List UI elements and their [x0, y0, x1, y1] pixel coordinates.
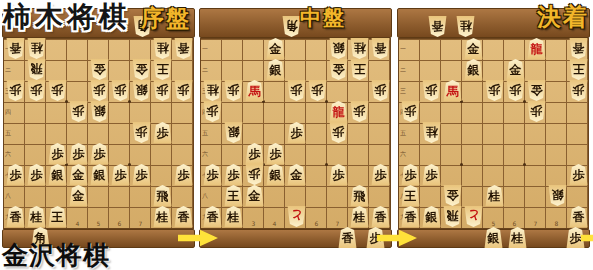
piece-black-龍[interactable]: 龍 — [527, 38, 546, 59]
piece-white-金[interactable]: 金 — [527, 80, 546, 101]
piece-black-香[interactable]: 香 — [371, 206, 390, 227]
piece-white-歩[interactable]: 歩 — [153, 80, 172, 101]
star-point — [325, 100, 328, 103]
rank-label: 六 — [5, 151, 11, 157]
piece-black-金[interactable]: 金 — [245, 185, 264, 206]
piece-black-銀[interactable]: 銀 — [464, 59, 483, 80]
piece-black-歩[interactable]: 歩 — [174, 164, 193, 185]
piece-white-歩[interactable]: 歩 — [69, 101, 88, 122]
piece-black-歩[interactable]: 歩 — [27, 164, 46, 185]
piece-black-銀[interactable]: 銀 — [422, 206, 441, 227]
piece-white-桂[interactable]: 桂 — [27, 38, 46, 59]
piece-black-香[interactable]: 香 — [401, 206, 420, 227]
hand-piece-count: 5 — [586, 241, 592, 250]
piece-white-歩[interactable]: 歩 — [506, 80, 525, 101]
piece-black-銀[interactable]: 銀 — [266, 59, 285, 80]
file-label: 7 — [525, 221, 546, 227]
piece-black-飛[interactable]: 飛 — [153, 185, 172, 206]
piece-white-桂[interactable]: 桂 — [422, 122, 441, 143]
piece-black-銀[interactable]: 銀 — [266, 164, 285, 185]
rank-label: 二 — [400, 67, 406, 73]
rank-label: 八 — [5, 193, 11, 199]
piece-white-金[interactable]: 金 — [132, 59, 151, 80]
piece-white-王[interactable]: 王 — [350, 59, 369, 80]
piece-black-桂[interactable]: 桂 — [224, 206, 243, 227]
star-point — [65, 100, 68, 103]
piece-white-香[interactable]: 香 — [569, 38, 588, 59]
piece-black-歩[interactable]: 歩 — [371, 164, 390, 185]
stage-label-chuuban: 中盤 — [300, 4, 346, 32]
hand-piece-black-香[interactable]: 香 — [338, 227, 357, 248]
piece-black-桂[interactable]: 桂 — [153, 206, 172, 227]
rank-label: 六 — [202, 151, 208, 157]
piece-black-金[interactable]: 金 — [287, 164, 306, 185]
file-label: 4 — [264, 221, 285, 227]
shogi-grid[interactable]: 一二三四五六七八九123456789金銀桂香銀金王桂歩馬歩歩歩歩龍歩銀歩歩歩歩歩… — [200, 38, 391, 229]
piece-white-歩[interactable]: 歩 — [6, 80, 25, 101]
piece-white-銀[interactable]: 銀 — [224, 122, 243, 143]
piece-white-飛[interactable]: 飛 — [443, 206, 462, 227]
piece-white-歩[interactable]: 歩 — [422, 80, 441, 101]
piece-white-王[interactable]: 王 — [569, 59, 588, 80]
piece-white-金[interactable]: 金 — [329, 59, 348, 80]
piece-white-歩[interactable]: 歩 — [527, 101, 546, 122]
piece-white-歩[interactable]: 歩 — [245, 164, 264, 185]
file-label: 8 — [546, 221, 567, 227]
rank-label: 五 — [400, 130, 406, 136]
shogi-grid[interactable]: 一二三四五六七八九123456789金龍香銀金王歩馬歩歩金歩歩歩桂歩歩歩王金桂銀… — [398, 38, 589, 229]
piece-black-歩[interactable]: 歩 — [132, 164, 151, 185]
star-point — [523, 163, 526, 166]
star-point — [523, 100, 526, 103]
piece-white-銀[interactable]: 銀 — [329, 38, 348, 59]
black-hand-tray: 銀桂歩5 — [397, 229, 590, 248]
piece-white-金[interactable]: 金 — [443, 185, 462, 206]
piece-black-香[interactable]: 香 — [203, 206, 222, 227]
piece-white-王[interactable]: 王 — [153, 59, 172, 80]
piece-white-歩[interactable]: 歩 — [569, 80, 588, 101]
piece-black-歩[interactable]: 歩 — [569, 164, 588, 185]
file-label: 5 — [483, 221, 504, 227]
piece-black-金[interactable]: 金 — [69, 185, 88, 206]
piece-black-香[interactable]: 香 — [174, 206, 193, 227]
piece-white-飛[interactable]: 飛 — [27, 59, 46, 80]
piece-white-桂[interactable]: 桂 — [350, 38, 369, 59]
piece-black-香[interactable]: 香 — [6, 206, 25, 227]
piece-black-歩[interactable]: 歩 — [224, 164, 243, 185]
board-jouban: 角 一二三四五六七八九123456789香桂桂香飛金金王歩歩歩歩歩銀歩歩歩銀歩歩… — [2, 8, 195, 248]
piece-black-馬[interactable]: 馬 — [245, 80, 264, 101]
piece-black-歩[interactable]: 歩 — [90, 143, 109, 164]
piece-black-桂[interactable]: 桂 — [350, 206, 369, 227]
piece-black-桂[interactable]: 桂 — [485, 185, 504, 206]
piece-black-歩[interactable]: 歩 — [6, 164, 25, 185]
app-title: 柿木将棋 — [3, 0, 131, 36]
piece-black-歩[interactable]: 歩 — [329, 164, 348, 185]
black-hand-tray: 香歩2 — [199, 229, 392, 248]
piece-black-馬[interactable]: 馬 — [443, 80, 462, 101]
piece-white-歩[interactable]: 歩 — [224, 80, 243, 101]
star-point — [128, 163, 131, 166]
hand-piece-black-桂[interactable]: 桂 — [508, 227, 527, 248]
piece-white-と[interactable]: と — [287, 206, 306, 227]
piece-white-歩[interactable]: 歩 — [401, 101, 420, 122]
piece-black-金[interactable]: 金 — [69, 164, 88, 185]
piece-black-歩[interactable]: 歩 — [48, 143, 67, 164]
piece-white-歩[interactable]: 歩 — [485, 80, 504, 101]
piece-white-歩[interactable]: 歩 — [132, 122, 151, 143]
piece-black-金[interactable]: 金 — [266, 38, 285, 59]
piece-white-歩[interactable]: 歩 — [308, 80, 327, 101]
rank-label: 五 — [5, 130, 11, 136]
stage-label-kecchaku: 決着 — [537, 1, 589, 33]
piece-black-歩[interactable]: 歩 — [203, 164, 222, 185]
piece-white-歩[interactable]: 歩 — [111, 80, 130, 101]
piece-white-歩[interactable]: 歩 — [329, 122, 348, 143]
star-point — [325, 163, 328, 166]
rank-label: 三 — [400, 88, 406, 94]
hand-piece-black-銀[interactable]: 銀 — [484, 227, 503, 248]
piece-black-歩[interactable]: 歩 — [422, 164, 441, 185]
hand-piece-white-香[interactable]: 香 — [428, 16, 447, 37]
rank-label: 一 — [400, 46, 406, 52]
stage-label-jouban: 序盤 — [141, 3, 191, 34]
piece-black-金[interactable]: 金 — [464, 38, 483, 59]
piece-white-歩[interactable]: 歩 — [203, 101, 222, 122]
bottom-title: 金沢将棋 — [2, 238, 110, 270]
rank-label: 五 — [202, 130, 208, 136]
file-label: 4 — [67, 221, 88, 227]
board-chuuban: 角 一二三四五六七八九123456789金銀桂香銀金王桂歩馬歩歩歩歩龍歩銀歩歩歩… — [199, 8, 392, 248]
piece-black-歩[interactable]: 歩 — [69, 143, 88, 164]
file-label: 6 — [109, 221, 130, 227]
piece-white-歩[interactable]: 歩 — [371, 80, 390, 101]
rank-label: 四 — [5, 109, 11, 115]
piece-black-王[interactable]: 王 — [224, 185, 243, 206]
piece-black-王[interactable]: 王 — [401, 185, 420, 206]
piece-black-銀[interactable]: 銀 — [48, 164, 67, 185]
hand-piece-count: 2 — [386, 241, 392, 250]
piece-white-歩[interactable]: 歩 — [174, 80, 193, 101]
piece-white-歩[interactable]: 歩 — [287, 80, 306, 101]
white-hand-tray: 角 — [199, 8, 392, 38]
star-point — [460, 163, 463, 166]
piece-white-歩[interactable]: 歩 — [90, 80, 109, 101]
hand-piece-white-桂[interactable]: 桂 — [456, 16, 475, 37]
star-point — [128, 100, 131, 103]
piece-white-銀[interactable]: 銀 — [132, 80, 151, 101]
file-label: 7 — [327, 221, 348, 227]
piece-white-香[interactable]: 香 — [174, 38, 193, 59]
piece-white-香[interactable]: 香 — [6, 38, 25, 59]
file-label: 6 — [306, 221, 327, 227]
shogi-grid[interactable]: 一二三四五六七八九123456789香桂桂香飛金金王歩歩歩歩歩銀歩歩歩銀歩歩歩歩… — [3, 38, 194, 229]
piece-black-歩[interactable]: 歩 — [266, 143, 285, 164]
piece-white-桂[interactable]: 桂 — [153, 38, 172, 59]
file-label: 6 — [504, 221, 525, 227]
piece-black-龍[interactable]: 龍 — [329, 101, 348, 122]
piece-white-金[interactable]: 金 — [90, 59, 109, 80]
piece-white-歩[interactable]: 歩 — [27, 80, 46, 101]
piece-white-と[interactable]: と — [464, 206, 483, 227]
file-label: 7 — [130, 221, 151, 227]
piece-white-銀[interactable]: 銀 — [548, 185, 567, 206]
board-kecchaku: 香桂 一二三四五六七八九123456789金龍香銀金王歩馬歩歩金歩歩歩桂歩歩歩王… — [397, 8, 590, 248]
rank-label: 二 — [5, 67, 11, 73]
piece-black-歩[interactable]: 歩 — [153, 122, 172, 143]
piece-black-歩[interactable]: 歩 — [245, 143, 264, 164]
piece-black-歩[interactable]: 歩 — [401, 164, 420, 185]
file-label: 3 — [243, 221, 264, 227]
piece-white-桂[interactable]: 桂 — [203, 80, 222, 101]
piece-black-歩[interactable]: 歩 — [111, 164, 130, 185]
piece-black-歩[interactable]: 歩 — [287, 122, 306, 143]
rank-label: 二 — [202, 67, 208, 73]
piece-black-銀[interactable]: 銀 — [90, 164, 109, 185]
piece-white-香[interactable]: 香 — [371, 38, 390, 59]
piece-black-王[interactable]: 王 — [48, 206, 67, 227]
hand-piece-white-角[interactable]: 角 — [282, 16, 301, 37]
rank-label: 一 — [202, 46, 208, 52]
piece-black-桂[interactable]: 桂 — [27, 206, 46, 227]
piece-black-香[interactable]: 香 — [569, 206, 588, 227]
piece-white-歩[interactable]: 歩 — [350, 101, 369, 122]
piece-white-銀[interactable]: 銀 — [90, 101, 109, 122]
rank-label: 六 — [400, 151, 406, 157]
rank-label: 八 — [202, 193, 208, 199]
file-label: 5 — [88, 221, 109, 227]
piece-black-飛[interactable]: 飛 — [350, 185, 369, 206]
piece-black-金[interactable]: 金 — [506, 59, 525, 80]
piece-white-歩[interactable]: 歩 — [48, 80, 67, 101]
